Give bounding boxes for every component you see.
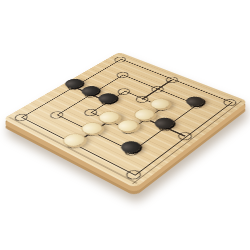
product-photo [0, 0, 250, 250]
morris-board[interactable] [3, 52, 248, 188]
